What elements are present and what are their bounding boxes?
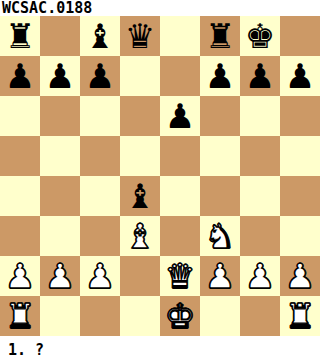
square-h6[interactable] bbox=[280, 96, 320, 136]
piece-white-rook[interactable]: ♜ bbox=[5, 296, 35, 336]
square-g8[interactable]: ♚ bbox=[240, 16, 280, 56]
square-a2[interactable]: ♟ bbox=[0, 256, 40, 296]
square-f5[interactable] bbox=[200, 136, 240, 176]
square-d4[interactable]: ♝ bbox=[120, 176, 160, 216]
square-g4[interactable] bbox=[240, 176, 280, 216]
square-g7[interactable]: ♟ bbox=[240, 56, 280, 96]
square-e3[interactable] bbox=[160, 216, 200, 256]
piece-white-pawn[interactable]: ♟ bbox=[205, 256, 235, 296]
square-b8[interactable] bbox=[40, 16, 80, 56]
piece-black-pawn[interactable]: ♟ bbox=[285, 56, 315, 96]
square-a3[interactable] bbox=[0, 216, 40, 256]
square-c7[interactable]: ♟ bbox=[80, 56, 120, 96]
square-c8[interactable]: ♝ bbox=[80, 16, 120, 56]
piece-black-pawn[interactable]: ♟ bbox=[205, 56, 235, 96]
square-c2[interactable]: ♟ bbox=[80, 256, 120, 296]
piece-white-bishop[interactable]: ♝ bbox=[125, 216, 155, 256]
square-d8[interactable]: ♛ bbox=[120, 16, 160, 56]
piece-white-queen[interactable]: ♛ bbox=[165, 256, 195, 296]
square-c1[interactable] bbox=[80, 296, 120, 336]
square-b1[interactable] bbox=[40, 296, 80, 336]
square-e7[interactable] bbox=[160, 56, 200, 96]
square-g5[interactable] bbox=[240, 136, 280, 176]
square-d7[interactable] bbox=[120, 56, 160, 96]
square-a6[interactable] bbox=[0, 96, 40, 136]
square-b7[interactable]: ♟ bbox=[40, 56, 80, 96]
square-d1[interactable] bbox=[120, 296, 160, 336]
square-d3[interactable]: ♝ bbox=[120, 216, 160, 256]
square-g1[interactable] bbox=[240, 296, 280, 336]
piece-black-rook[interactable]: ♜ bbox=[205, 16, 235, 56]
piece-black-pawn[interactable]: ♟ bbox=[5, 56, 35, 96]
piece-black-pawn[interactable]: ♟ bbox=[85, 56, 115, 96]
square-e5[interactable] bbox=[160, 136, 200, 176]
square-g6[interactable] bbox=[240, 96, 280, 136]
square-b4[interactable] bbox=[40, 176, 80, 216]
chess-diagram-window: WCSAC.0188 ♜♝♛♜♚♟♟♟♟♟♟♟♝♝♞♟♟♟♛♟♟♟♜♚♜ 1. … bbox=[0, 0, 320, 360]
square-e2[interactable]: ♛ bbox=[160, 256, 200, 296]
move-prompt: 1. ? bbox=[0, 336, 320, 360]
square-f8[interactable]: ♜ bbox=[200, 16, 240, 56]
square-f2[interactable]: ♟ bbox=[200, 256, 240, 296]
piece-white-pawn[interactable]: ♟ bbox=[285, 256, 315, 296]
square-h2[interactable]: ♟ bbox=[280, 256, 320, 296]
piece-black-pawn[interactable]: ♟ bbox=[45, 56, 75, 96]
square-a8[interactable]: ♜ bbox=[0, 16, 40, 56]
piece-black-bishop[interactable]: ♝ bbox=[85, 16, 115, 56]
square-f1[interactable] bbox=[200, 296, 240, 336]
piece-black-king[interactable]: ♚ bbox=[245, 16, 275, 56]
square-h3[interactable] bbox=[280, 216, 320, 256]
piece-black-queen[interactable]: ♛ bbox=[125, 16, 155, 56]
square-f4[interactable] bbox=[200, 176, 240, 216]
square-d6[interactable] bbox=[120, 96, 160, 136]
square-d5[interactable] bbox=[120, 136, 160, 176]
piece-black-pawn[interactable]: ♟ bbox=[165, 96, 195, 136]
square-a4[interactable] bbox=[0, 176, 40, 216]
square-b3[interactable] bbox=[40, 216, 80, 256]
piece-black-bishop[interactable]: ♝ bbox=[125, 176, 155, 216]
square-c3[interactable] bbox=[80, 216, 120, 256]
piece-white-knight[interactable]: ♞ bbox=[205, 216, 235, 256]
square-h1[interactable]: ♜ bbox=[280, 296, 320, 336]
piece-black-rook[interactable]: ♜ bbox=[5, 16, 35, 56]
square-a1[interactable]: ♜ bbox=[0, 296, 40, 336]
square-b5[interactable] bbox=[40, 136, 80, 176]
piece-white-pawn[interactable]: ♟ bbox=[85, 256, 115, 296]
square-a7[interactable]: ♟ bbox=[0, 56, 40, 96]
piece-white-pawn[interactable]: ♟ bbox=[245, 256, 275, 296]
diagram-title: WCSAC.0188 bbox=[0, 0, 320, 16]
square-h4[interactable] bbox=[280, 176, 320, 216]
square-h5[interactable] bbox=[280, 136, 320, 176]
piece-white-rook[interactable]: ♜ bbox=[285, 296, 315, 336]
piece-black-pawn[interactable]: ♟ bbox=[245, 56, 275, 96]
square-g3[interactable] bbox=[240, 216, 280, 256]
square-f3[interactable]: ♞ bbox=[200, 216, 240, 256]
piece-white-king[interactable]: ♚ bbox=[165, 296, 195, 336]
square-b6[interactable] bbox=[40, 96, 80, 136]
square-e4[interactable] bbox=[160, 176, 200, 216]
piece-white-pawn[interactable]: ♟ bbox=[5, 256, 35, 296]
square-g2[interactable]: ♟ bbox=[240, 256, 280, 296]
chess-board: ♜♝♛♜♚♟♟♟♟♟♟♟♝♝♞♟♟♟♛♟♟♟♜♚♜ bbox=[0, 16, 320, 336]
square-h7[interactable]: ♟ bbox=[280, 56, 320, 96]
square-e1[interactable]: ♚ bbox=[160, 296, 200, 336]
square-f6[interactable] bbox=[200, 96, 240, 136]
square-c5[interactable] bbox=[80, 136, 120, 176]
square-e6[interactable]: ♟ bbox=[160, 96, 200, 136]
square-b2[interactable]: ♟ bbox=[40, 256, 80, 296]
square-h8[interactable] bbox=[280, 16, 320, 56]
square-f7[interactable]: ♟ bbox=[200, 56, 240, 96]
square-c6[interactable] bbox=[80, 96, 120, 136]
square-d2[interactable] bbox=[120, 256, 160, 296]
square-a5[interactable] bbox=[0, 136, 40, 176]
square-e8[interactable] bbox=[160, 16, 200, 56]
square-c4[interactable] bbox=[80, 176, 120, 216]
piece-white-pawn[interactable]: ♟ bbox=[45, 256, 75, 296]
